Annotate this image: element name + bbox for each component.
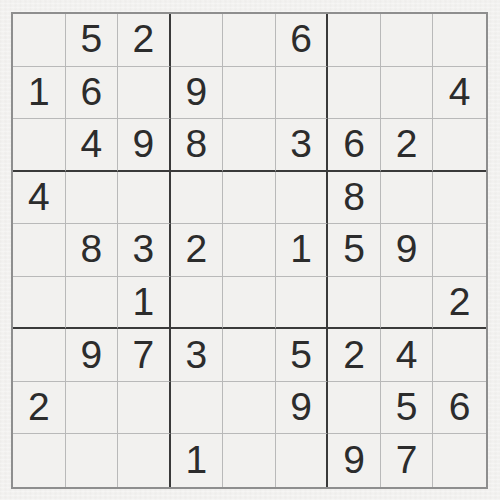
cell-r6c8[interactable] [381, 277, 434, 330]
cell-r3c3[interactable]: 9 [118, 119, 171, 172]
cell-r2c3[interactable] [118, 67, 171, 120]
cell-r9c1[interactable] [13, 434, 66, 487]
cell-r2c6[interactable] [276, 67, 329, 120]
cell-r4c4[interactable] [171, 172, 224, 225]
cell-r6c7[interactable] [328, 277, 381, 330]
cell-r3c6[interactable]: 3 [276, 119, 329, 172]
cell-r3c2[interactable]: 4 [66, 119, 119, 172]
cell-r9c3[interactable] [118, 434, 171, 487]
cell-r6c3[interactable]: 1 [118, 277, 171, 330]
cell-r5c9[interactable] [433, 224, 486, 277]
cell-r7c5[interactable] [223, 329, 276, 382]
cell-r1c5[interactable] [223, 14, 276, 67]
cell-r4c1[interactable]: 4 [13, 172, 66, 225]
cell-r8c6[interactable]: 9 [276, 382, 329, 435]
cell-r8c9[interactable]: 6 [433, 382, 486, 435]
cell-r2c4[interactable]: 9 [171, 67, 224, 120]
cell-r4c3[interactable] [118, 172, 171, 225]
cell-r8c5[interactable] [223, 382, 276, 435]
cell-r9c2[interactable] [66, 434, 119, 487]
cell-r9c5[interactable] [223, 434, 276, 487]
cell-r6c2[interactable] [66, 277, 119, 330]
cell-r1c8[interactable] [381, 14, 434, 67]
cell-r4c2[interactable] [66, 172, 119, 225]
cell-r4c9[interactable] [433, 172, 486, 225]
cell-r8c3[interactable] [118, 382, 171, 435]
cell-r7c7[interactable]: 2 [328, 329, 381, 382]
cell-r7c6[interactable]: 5 [276, 329, 329, 382]
cell-r1c6[interactable]: 6 [276, 14, 329, 67]
cell-r1c4[interactable] [171, 14, 224, 67]
cell-r9c9[interactable] [433, 434, 486, 487]
cell-r2c1[interactable]: 1 [13, 67, 66, 120]
cell-r4c8[interactable] [381, 172, 434, 225]
cell-r7c1[interactable] [13, 329, 66, 382]
cell-r2c7[interactable] [328, 67, 381, 120]
cell-r1c3[interactable]: 2 [118, 14, 171, 67]
cell-r4c5[interactable] [223, 172, 276, 225]
cell-r9c7[interactable]: 9 [328, 434, 381, 487]
cell-r6c6[interactable] [276, 277, 329, 330]
cell-r2c8[interactable] [381, 67, 434, 120]
sudoku-board: 526169449836248832159129735242956197 [11, 12, 488, 489]
cell-r5c4[interactable]: 2 [171, 224, 224, 277]
cell-r9c8[interactable]: 7 [381, 434, 434, 487]
cell-r8c7[interactable] [328, 382, 381, 435]
cell-r4c7[interactable]: 8 [328, 172, 381, 225]
cell-r5c8[interactable]: 9 [381, 224, 434, 277]
cell-r1c7[interactable] [328, 14, 381, 67]
cell-r8c4[interactable] [171, 382, 224, 435]
cell-r7c4[interactable]: 3 [171, 329, 224, 382]
cell-r9c4[interactable]: 1 [171, 434, 224, 487]
cell-r8c2[interactable] [66, 382, 119, 435]
cell-r2c9[interactable]: 4 [433, 67, 486, 120]
cell-r3c9[interactable] [433, 119, 486, 172]
cell-r5c6[interactable]: 1 [276, 224, 329, 277]
cell-r3c8[interactable]: 2 [381, 119, 434, 172]
cell-r3c4[interactable]: 8 [171, 119, 224, 172]
cell-r3c5[interactable] [223, 119, 276, 172]
cell-r4c6[interactable] [276, 172, 329, 225]
cell-r1c9[interactable] [433, 14, 486, 67]
cell-r6c5[interactable] [223, 277, 276, 330]
cell-r6c1[interactable] [13, 277, 66, 330]
cell-r5c7[interactable]: 5 [328, 224, 381, 277]
cell-r3c1[interactable] [13, 119, 66, 172]
cell-r5c2[interactable]: 8 [66, 224, 119, 277]
cell-r7c9[interactable] [433, 329, 486, 382]
cell-r1c1[interactable] [13, 14, 66, 67]
cell-r7c3[interactable]: 7 [118, 329, 171, 382]
cell-r7c8[interactable]: 4 [381, 329, 434, 382]
cell-r5c3[interactable]: 3 [118, 224, 171, 277]
cell-r2c2[interactable]: 6 [66, 67, 119, 120]
cell-r1c2[interactable]: 5 [66, 14, 119, 67]
cell-r6c4[interactable] [171, 277, 224, 330]
cell-r9c6[interactable] [276, 434, 329, 487]
cell-r5c5[interactable] [223, 224, 276, 277]
cell-r2c5[interactable] [223, 67, 276, 120]
cell-r8c1[interactable]: 2 [13, 382, 66, 435]
cell-r5c1[interactable] [13, 224, 66, 277]
cell-r3c7[interactable]: 6 [328, 119, 381, 172]
cell-r7c2[interactable]: 9 [66, 329, 119, 382]
cell-r8c8[interactable]: 5 [381, 382, 434, 435]
cell-r6c9[interactable]: 2 [433, 277, 486, 330]
